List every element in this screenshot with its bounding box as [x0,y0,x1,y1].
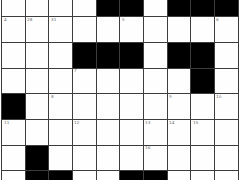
cell-r3c2[interactable] [49,69,73,95]
cell-r5c3[interactable]: 12 [73,120,97,146]
black-cell-r0c4 [97,0,121,17]
cell-r3c1[interactable] [26,69,50,95]
cell-r2c0[interactable] [2,43,26,69]
clue-number: 10 [216,95,221,99]
cell-r6c9[interactable] [215,146,239,172]
cell-r6c3[interactable] [73,146,97,172]
crossword-grid: 2428315678910111213141516 [1,0,239,180]
cell-r6c6[interactable]: 16 [144,146,168,172]
clue-number: 5 [122,18,125,22]
black-cell-r2c3 [73,43,97,69]
cell-r5c2[interactable] [49,120,73,146]
black-cell-r2c5 [120,43,144,69]
clue-number: 13 [145,121,150,125]
cell-r7c0[interactable] [2,171,26,180]
cell-r0c2[interactable] [49,0,73,17]
cell-r1c2[interactable]: 31 [49,17,73,43]
cell-r7c9[interactable] [215,171,239,180]
cell-r3c4[interactable] [97,69,121,95]
clue-number: 12 [74,121,79,125]
cell-r0c0[interactable] [2,0,26,17]
cell-r7c7[interactable] [168,171,192,180]
cell-r1c6[interactable] [144,17,168,43]
cell-r7c3[interactable] [73,171,97,180]
cell-r0c6[interactable] [144,0,168,17]
cell-r3c0[interactable] [2,69,26,95]
crossword-app-viewport: 2428315678910111213141516 [0,0,240,180]
cell-r6c0[interactable] [2,146,26,172]
black-cell-r0c8 [191,0,215,17]
cell-r5c8[interactable]: 15 [191,120,215,146]
black-cell-r0c7 [168,0,192,17]
cell-r4c8[interactable] [191,94,215,120]
clue-number: 9 [169,95,172,99]
cell-r4c2[interactable]: 8 [49,94,73,120]
cell-r4c4[interactable] [97,94,121,120]
cell-r1c4[interactable] [97,17,121,43]
clue-number: 15 [193,121,198,125]
clue-number: 11 [4,121,9,125]
black-cell-r7c6 [144,171,168,180]
cell-r5c9[interactable] [215,120,239,146]
cell-r6c5[interactable] [120,146,144,172]
clue-number: 16 [145,146,150,150]
cell-r6c4[interactable] [97,146,121,172]
clue-number: 6 [216,18,219,22]
cell-r2c6[interactable] [144,43,168,69]
cell-r0c3[interactable] [73,0,97,17]
cell-r4c6[interactable] [144,94,168,120]
cell-r3c6[interactable] [144,69,168,95]
clue-number: 8 [51,95,54,99]
cell-r4c5[interactable] [120,94,144,120]
black-cell-r3c8 [191,69,215,95]
cell-r1c3[interactable] [73,17,97,43]
cell-r6c8[interactable] [191,146,215,172]
black-cell-r7c2 [49,171,73,180]
cell-r5c0[interactable]: 11 [2,120,26,146]
black-cell-r0c9 [215,0,239,17]
cell-r5c1[interactable] [26,120,50,146]
black-cell-r2c8 [191,43,215,69]
clue-number: 28 [27,18,32,22]
cell-r1c0[interactable]: 4 [2,17,26,43]
cell-r1c1[interactable]: 28 [26,17,50,43]
cell-r3c9[interactable] [215,69,239,95]
cell-r4c3[interactable] [73,94,97,120]
cell-r7c8[interactable] [191,171,215,180]
cell-r5c6[interactable]: 13 [144,120,168,146]
clue-number: 14 [169,121,174,125]
cell-r4c9[interactable]: 10 [215,94,239,120]
cell-r1c7[interactable] [168,17,192,43]
black-cell-r7c1 [26,171,50,180]
cell-r2c9[interactable] [215,43,239,69]
cell-r4c7[interactable]: 9 [168,94,192,120]
cell-r3c5[interactable] [120,69,144,95]
black-cell-r7c5 [120,171,144,180]
cell-r6c2[interactable] [49,146,73,172]
black-cell-r4c0 [2,94,26,120]
black-cell-r0c5 [120,0,144,17]
cell-r3c7[interactable] [168,69,192,95]
black-cell-r6c1 [26,146,50,172]
cell-r5c4[interactable] [97,120,121,146]
black-cell-r2c7 [168,43,192,69]
cell-r1c8[interactable] [191,17,215,43]
cell-r2c2[interactable] [49,43,73,69]
cell-r4c1[interactable] [26,94,50,120]
cell-r1c9[interactable]: 6 [215,17,239,43]
cell-r1c5[interactable]: 5 [120,17,144,43]
cell-r3c3[interactable]: 7 [73,69,97,95]
cell-r5c7[interactable]: 14 [168,120,192,146]
cell-r6c7[interactable] [168,146,192,172]
cell-r5c5[interactable] [120,120,144,146]
black-cell-r2c4 [97,43,121,69]
cell-r2c1[interactable] [26,43,50,69]
cell-r0c1[interactable]: 2 [26,0,50,17]
cell-r7c4[interactable] [97,171,121,180]
clue-number: 7 [74,69,77,73]
clue-number: 31 [51,18,56,22]
clue-number: 4 [4,18,7,22]
